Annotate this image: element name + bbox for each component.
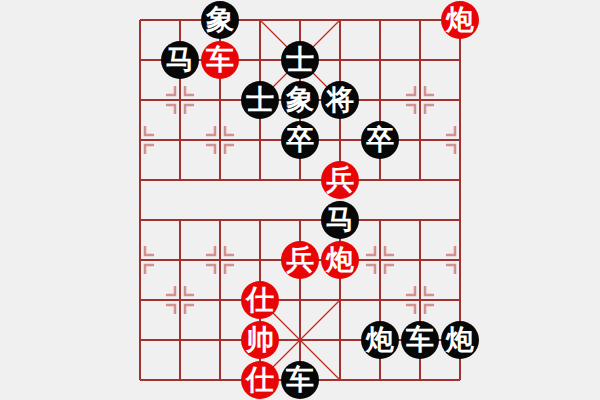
piece-black-cannon[interactable]: 炮: [441, 321, 479, 359]
piece-red-soldier[interactable]: 兵: [281, 241, 319, 279]
piece-black-cannon[interactable]: 炮: [361, 321, 399, 359]
piece-black-soldier[interactable]: 卒: [361, 121, 399, 159]
piece-red-advisor[interactable]: 仕: [241, 361, 279, 399]
piece-red-cannon[interactable]: 炮: [441, 1, 479, 39]
piece-red-advisor[interactable]: 仕: [241, 281, 279, 319]
pieces-layer: 象炮马车士士象将卒卒兵马兵炮仕帅炮车炮仕车: [0, 0, 600, 400]
piece-black-soldier[interactable]: 卒: [281, 121, 319, 159]
piece-black-advisor[interactable]: 士: [241, 81, 279, 119]
piece-red-general[interactable]: 帅: [241, 321, 279, 359]
piece-black-chariot[interactable]: 车: [281, 361, 319, 399]
piece-black-elephant[interactable]: 象: [201, 1, 239, 39]
piece-red-soldier[interactable]: 兵: [321, 161, 359, 199]
piece-black-horse[interactable]: 马: [321, 201, 359, 239]
xiangqi-board: 象炮马车士士象将卒卒兵马兵炮仕帅炮车炮仕车: [0, 0, 600, 400]
piece-black-general[interactable]: 将: [321, 81, 359, 119]
piece-red-cannon[interactable]: 炮: [321, 241, 359, 279]
piece-black-elephant[interactable]: 象: [281, 81, 319, 119]
piece-black-horse[interactable]: 马: [161, 41, 199, 79]
piece-red-chariot[interactable]: 车: [201, 41, 239, 79]
piece-black-chariot[interactable]: 车: [401, 321, 439, 359]
piece-black-advisor[interactable]: 士: [281, 41, 319, 79]
